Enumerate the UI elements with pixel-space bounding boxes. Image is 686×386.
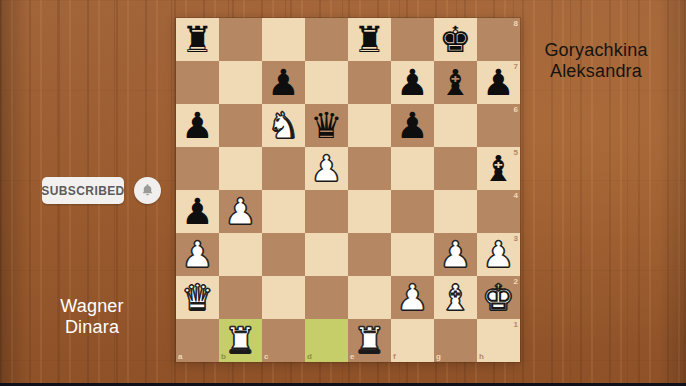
file-label-c: c: [264, 353, 268, 361]
square-b5[interactable]: [219, 147, 262, 190]
piece-black-bishop[interactable]: ♝: [482, 147, 514, 190]
rank-label-5: 5: [514, 149, 518, 157]
square-e5[interactable]: [348, 147, 391, 190]
square-d5[interactable]: ♟: [305, 147, 348, 190]
notification-bell-button[interactable]: [134, 177, 161, 204]
square-b1[interactable]: ♜b: [219, 319, 262, 362]
square-c2[interactable]: [262, 276, 305, 319]
file-label-f: f: [393, 353, 396, 361]
piece-black-bishop[interactable]: ♝: [439, 61, 471, 104]
file-label-e: e: [350, 353, 354, 361]
square-b7[interactable]: [219, 61, 262, 104]
square-b2[interactable]: [219, 276, 262, 319]
square-a1[interactable]: a: [176, 319, 219, 362]
square-h3[interactable]: ♟3: [477, 233, 520, 276]
square-e6[interactable]: [348, 104, 391, 147]
square-a6[interactable]: ♟: [176, 104, 219, 147]
piece-black-pawn[interactable]: ♟: [181, 190, 213, 233]
file-label-a: a: [178, 353, 182, 361]
player-name-white: Wagner Dinara: [17, 296, 167, 338]
piece-white-rook[interactable]: ♜: [224, 319, 256, 362]
piece-white-rook[interactable]: ♜: [353, 319, 385, 362]
player-name-black: Goryachkina Aleksandra: [518, 40, 674, 82]
square-h8[interactable]: 8: [477, 18, 520, 61]
square-c7[interactable]: ♟: [262, 61, 305, 104]
piece-black-pawn[interactable]: ♟: [482, 61, 514, 104]
square-g8[interactable]: ♚: [434, 18, 477, 61]
player-name-white-line1: Wagner: [17, 296, 167, 317]
square-d8[interactable]: [305, 18, 348, 61]
piece-white-pawn[interactable]: ♟: [482, 233, 514, 276]
square-f2[interactable]: ♟: [391, 276, 434, 319]
square-h6[interactable]: 6: [477, 104, 520, 147]
square-g4[interactable]: [434, 190, 477, 233]
rank-label-1: 1: [514, 321, 518, 329]
piece-black-pawn[interactable]: ♟: [181, 104, 213, 147]
chess-board: ♜♜♚8♟♟♝♟7♟♞♛♟6♟♝5♟♟4♟♟♟3♛♟♝♚2a♜bcd♜efgh1: [176, 18, 520, 362]
square-a4[interactable]: ♟: [176, 190, 219, 233]
subscribed-button[interactable]: SUBSCRIBED: [42, 177, 124, 204]
square-f1[interactable]: f: [391, 319, 434, 362]
square-g7[interactable]: ♝: [434, 61, 477, 104]
square-c3[interactable]: [262, 233, 305, 276]
square-b3[interactable]: [219, 233, 262, 276]
piece-white-king[interactable]: ♚: [482, 276, 514, 319]
piece-white-knight[interactable]: ♞: [267, 104, 299, 147]
square-g1[interactable]: g: [434, 319, 477, 362]
bell-icon: [140, 183, 155, 198]
piece-black-pawn[interactable]: ♟: [396, 61, 428, 104]
piece-black-rook[interactable]: ♜: [353, 18, 385, 61]
square-g3[interactable]: ♟: [434, 233, 477, 276]
square-a5[interactable]: [176, 147, 219, 190]
square-e1[interactable]: ♜e: [348, 319, 391, 362]
rank-label-6: 6: [514, 106, 518, 114]
square-d6[interactable]: ♛: [305, 104, 348, 147]
square-e3[interactable]: [348, 233, 391, 276]
square-g5[interactable]: [434, 147, 477, 190]
square-b6[interactable]: [219, 104, 262, 147]
file-label-h: h: [479, 353, 484, 361]
square-a8[interactable]: ♜: [176, 18, 219, 61]
square-g2[interactable]: ♝: [434, 276, 477, 319]
square-h4[interactable]: 4: [477, 190, 520, 233]
square-a2[interactable]: ♛: [176, 276, 219, 319]
square-f8[interactable]: [391, 18, 434, 61]
square-e2[interactable]: [348, 276, 391, 319]
piece-black-queen[interactable]: ♛: [310, 104, 342, 147]
file-label-d: d: [307, 353, 312, 361]
piece-white-pawn[interactable]: ♟: [224, 190, 256, 233]
square-e4[interactable]: [348, 190, 391, 233]
square-h5[interactable]: ♝5: [477, 147, 520, 190]
square-f4[interactable]: [391, 190, 434, 233]
piece-white-pawn[interactable]: ♟: [439, 233, 471, 276]
piece-white-pawn[interactable]: ♟: [310, 147, 342, 190]
square-b4[interactable]: ♟: [219, 190, 262, 233]
piece-black-king[interactable]: ♚: [439, 18, 471, 61]
square-c5[interactable]: [262, 147, 305, 190]
piece-black-pawn[interactable]: ♟: [396, 104, 428, 147]
piece-white-queen[interactable]: ♛: [181, 276, 213, 319]
piece-black-pawn[interactable]: ♟: [267, 61, 299, 104]
square-a3[interactable]: ♟: [176, 233, 219, 276]
square-f5[interactable]: [391, 147, 434, 190]
square-e8[interactable]: ♜: [348, 18, 391, 61]
square-c6[interactable]: ♞: [262, 104, 305, 147]
square-g6[interactable]: [434, 104, 477, 147]
square-e7[interactable]: [348, 61, 391, 104]
square-f3[interactable]: [391, 233, 434, 276]
square-h2[interactable]: ♚2: [477, 276, 520, 319]
square-b8[interactable]: [219, 18, 262, 61]
square-c8[interactable]: [262, 18, 305, 61]
square-c4[interactable]: [262, 190, 305, 233]
file-label-g: g: [436, 353, 441, 361]
player-name-white-line2: Dinara: [17, 317, 167, 338]
square-c1[interactable]: c: [262, 319, 305, 362]
piece-white-pawn[interactable]: ♟: [396, 276, 428, 319]
square-h1[interactable]: h1: [477, 319, 520, 362]
piece-white-pawn[interactable]: ♟: [181, 233, 213, 276]
rank-label-2: 2: [514, 278, 518, 286]
player-name-black-line2: Aleksandra: [518, 61, 674, 82]
player-name-black-line1: Goryachkina: [518, 40, 674, 61]
rank-label-8: 8: [514, 20, 518, 28]
file-label-b: b: [221, 353, 226, 361]
square-d3[interactable]: [305, 233, 348, 276]
square-d2[interactable]: [305, 276, 348, 319]
piece-black-rook[interactable]: ♜: [181, 18, 213, 61]
subscribed-button-label: SUBSCRIBED: [41, 184, 124, 198]
square-a7[interactable]: [176, 61, 219, 104]
square-d4[interactable]: [305, 190, 348, 233]
square-d7[interactable]: [305, 61, 348, 104]
square-h7[interactable]: ♟7: [477, 61, 520, 104]
square-d1[interactable]: d: [305, 319, 348, 362]
square-f7[interactable]: ♟: [391, 61, 434, 104]
square-f6[interactable]: ♟: [391, 104, 434, 147]
piece-white-bishop[interactable]: ♝: [439, 276, 471, 319]
rank-label-4: 4: [514, 192, 518, 200]
rank-label-3: 3: [514, 235, 518, 243]
